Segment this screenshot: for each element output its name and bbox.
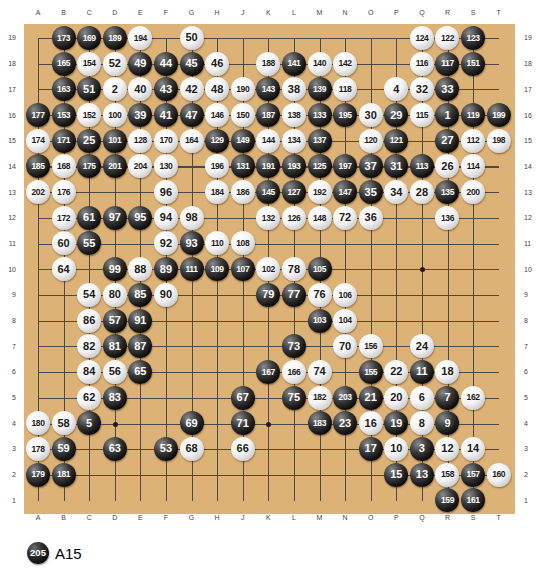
stone-F3: 53 (154, 437, 178, 461)
stone-S14: 114 (461, 154, 485, 178)
stone-number: 162 (467, 393, 480, 402)
col-label-bottom-B: B (51, 514, 77, 524)
stone-G18: 45 (180, 52, 204, 76)
stone-number: 149 (236, 136, 249, 145)
stone-number: 127 (287, 188, 300, 197)
col-label-bottom-J: J (230, 514, 256, 524)
stone-number: 6 (419, 392, 425, 403)
stone-number: 92 (160, 238, 172, 249)
stone-A16: 177 (26, 103, 50, 127)
stone-T15: 198 (487, 129, 511, 153)
caption-point-label: A15 (55, 545, 82, 562)
row-label-left-17: 17 (2, 76, 18, 102)
stone-number: 4 (393, 84, 399, 95)
row-label-left-5: 5 (2, 385, 18, 411)
col-label-top-A: A (25, 9, 51, 19)
stone-P2: 15 (384, 463, 408, 487)
stone-P14: 31 (384, 154, 408, 178)
stone-number: 80 (109, 289, 121, 300)
stone-number: 117 (441, 59, 454, 68)
stone-E14: 204 (128, 154, 152, 178)
stone-A15: 174 (26, 129, 50, 153)
stone-P3: 10 (384, 437, 408, 461)
stone-E9: 85 (128, 283, 152, 307)
stone-number: 52 (109, 58, 121, 69)
stone-G16: 47 (180, 103, 204, 127)
stone-Q7: 24 (410, 334, 434, 358)
stone-H10: 109 (205, 257, 229, 281)
stone-F17: 43 (154, 77, 178, 101)
row-label-left-13: 13 (2, 179, 18, 205)
stone-L5: 75 (282, 386, 306, 410)
stone-R12: 136 (435, 206, 459, 230)
stone-number: 188 (262, 59, 275, 68)
stone-A4: 180 (26, 411, 50, 435)
stone-number: 182 (313, 393, 326, 402)
stone-number: 156 (364, 342, 377, 351)
stone-L18: 141 (282, 52, 306, 76)
stone-L16: 138 (282, 103, 306, 127)
stone-E6: 65 (128, 360, 152, 384)
stone-number: 120 (364, 136, 377, 145)
stone-K9: 79 (256, 283, 280, 307)
stone-number: 135 (441, 188, 454, 197)
stone-number: 73 (288, 341, 300, 352)
stone-number: 201 (108, 162, 121, 171)
stone-number: 148 (313, 214, 326, 223)
stone-R18: 117 (435, 52, 459, 76)
stone-R17: 33 (435, 77, 459, 101)
stone-O6: 155 (359, 360, 383, 384)
stone-Q14: 113 (410, 154, 434, 178)
stone-number: 177 (31, 111, 44, 120)
stone-number: 17 (365, 443, 377, 454)
stone-P13: 34 (384, 180, 408, 204)
stone-number: 45 (185, 58, 197, 69)
stone-number: 57 (109, 315, 121, 326)
stone-number: 83 (109, 392, 121, 403)
col-label-top-B: B (51, 9, 77, 19)
stone-M12: 148 (308, 206, 332, 230)
stone-E17: 40 (128, 77, 152, 101)
caption-move-number: 205 (30, 548, 46, 558)
stone-number: 114 (467, 162, 480, 171)
stone-C16: 152 (77, 103, 101, 127)
stone-A14: 185 (26, 154, 50, 178)
stone-number: 1 (444, 110, 450, 121)
row-label-left-8: 8 (2, 308, 18, 334)
stone-number: 50 (185, 32, 197, 43)
stone-number: 53 (160, 443, 172, 454)
stone-number: 130 (159, 162, 172, 171)
stone-L6: 166 (282, 360, 306, 384)
stone-D17: 2 (103, 77, 127, 101)
stone-K10: 102 (256, 257, 280, 281)
stone-number: 191 (262, 162, 275, 171)
stone-C4: 5 (77, 411, 101, 435)
stone-E18: 49 (128, 52, 152, 76)
stone-O7: 156 (359, 334, 383, 358)
stone-R16: 1 (435, 103, 459, 127)
stone-number: 145 (262, 188, 275, 197)
stone-R1: 159 (435, 488, 459, 512)
stone-C12: 61 (77, 206, 101, 230)
row-label-left-3: 3 (2, 436, 18, 462)
stone-number: 194 (134, 34, 147, 43)
row-label-right-17: 17 (522, 76, 538, 102)
col-label-bottom-T: T (486, 514, 512, 524)
col-label-top-J: J (230, 9, 256, 19)
stone-number: 91 (134, 315, 146, 326)
stone-M15: 137 (308, 129, 332, 153)
stone-number: 179 (31, 470, 44, 479)
col-label-top-M: M (307, 9, 333, 19)
stone-number: 3 (419, 443, 425, 454)
stone-B17: 163 (52, 77, 76, 101)
stone-N13: 147 (333, 180, 357, 204)
stone-R2: 158 (435, 463, 459, 487)
stone-number: 31 (390, 161, 402, 172)
move-caption: 205 A15 (27, 542, 82, 564)
row-label-left-16: 16 (2, 102, 18, 128)
stone-D6: 56 (103, 360, 127, 384)
stone-M14: 125 (308, 154, 332, 178)
stone-Q19: 124 (410, 26, 434, 50)
stone-number: 61 (83, 212, 95, 223)
stone-L15: 134 (282, 129, 306, 153)
stone-K15: 144 (256, 129, 280, 153)
stone-B14: 168 (52, 154, 76, 178)
stone-number: 190 (236, 85, 249, 94)
stone-number: 22 (390, 366, 402, 377)
stone-number: 59 (57, 443, 69, 454)
stone-D19: 189 (103, 26, 127, 50)
stone-number: 165 (57, 59, 70, 68)
col-label-top-E: E (128, 9, 154, 19)
stone-J15: 149 (231, 129, 255, 153)
col-label-top-G: G (179, 9, 205, 19)
stone-P15: 121 (384, 129, 408, 153)
stone-J5: 67 (231, 386, 255, 410)
row-label-right-1: 1 (522, 487, 538, 513)
stone-C11: 55 (77, 231, 101, 255)
stone-number: 58 (57, 418, 69, 429)
stone-number: 174 (31, 136, 44, 145)
row-label-left-9: 9 (2, 282, 18, 308)
stone-number: 13 (416, 469, 428, 480)
row-label-left-18: 18 (2, 51, 18, 77)
stone-L9: 77 (282, 283, 306, 307)
col-label-top-N: N (332, 9, 358, 19)
stone-D16: 100 (103, 103, 127, 127)
stone-D9: 80 (103, 283, 127, 307)
caption-stone: 205 (27, 542, 49, 564)
stone-M6: 74 (308, 360, 332, 384)
stone-F13: 96 (154, 180, 178, 204)
stone-R4: 9 (435, 411, 459, 435)
stone-L12: 126 (282, 206, 306, 230)
row-labels-left: 19181716151413121110987654321 (2, 25, 18, 513)
stone-number: 84 (83, 366, 95, 377)
stone-number: 199 (492, 111, 505, 120)
row-label-left-2: 2 (2, 462, 18, 488)
stone-G15: 164 (180, 129, 204, 153)
stone-H14: 196 (205, 154, 229, 178)
stone-number: 70 (339, 341, 351, 352)
stone-number: 122 (441, 34, 454, 43)
stone-number: 26 (441, 161, 453, 172)
row-label-right-4: 4 (522, 410, 538, 436)
stone-number: 160 (492, 470, 505, 479)
stone-number: 159 (441, 496, 454, 505)
col-label-bottom-Q: Q (409, 514, 435, 524)
stone-N4: 23 (333, 411, 357, 435)
stone-P6: 22 (384, 360, 408, 384)
stone-number: 116 (416, 59, 429, 68)
stone-C17: 51 (77, 77, 101, 101)
stone-D12: 97 (103, 206, 127, 230)
row-label-right-7: 7 (522, 333, 538, 359)
stone-number: 62 (83, 392, 95, 403)
stone-L17: 38 (282, 77, 306, 101)
stone-C18: 154 (77, 52, 101, 76)
stone-number: 77 (288, 289, 300, 300)
stone-number: 71 (237, 418, 249, 429)
stone-J10: 107 (231, 257, 255, 281)
stone-D5: 83 (103, 386, 127, 410)
row-label-left-11: 11 (2, 231, 18, 257)
col-label-top-K: K (256, 9, 282, 19)
stone-number: 134 (287, 136, 300, 145)
stone-number: 2 (112, 84, 118, 95)
row-label-left-6: 6 (2, 359, 18, 385)
stone-number: 181 (57, 470, 70, 479)
stone-grid: 1234567891011121314151617181920212223242… (25, 25, 511, 513)
stone-S3: 14 (461, 437, 485, 461)
stone-D3: 63 (103, 437, 127, 461)
stone-H16: 146 (205, 103, 229, 127)
stone-number: 143 (262, 85, 275, 94)
row-label-left-7: 7 (2, 333, 18, 359)
stone-S19: 123 (461, 26, 485, 50)
stone-number: 7 (444, 392, 450, 403)
go-kifu-diagram: ABCDEFGHJKLMNOPQRST ABCDEFGHJKLMNOPQRST … (0, 0, 540, 577)
stone-number: 152 (83, 111, 96, 120)
col-label-bottom-D: D (102, 514, 128, 524)
stone-number: 180 (31, 419, 44, 428)
stone-N9: 106 (333, 283, 357, 307)
stone-O14: 37 (359, 154, 383, 178)
stone-number: 109 (211, 265, 224, 274)
stone-number: 34 (390, 187, 402, 198)
stone-E7: 87 (128, 334, 152, 358)
stone-number: 63 (109, 443, 121, 454)
stone-F15: 170 (154, 129, 178, 153)
stone-number: 56 (109, 366, 121, 377)
stone-P5: 20 (384, 386, 408, 410)
stone-number: 150 (236, 111, 249, 120)
stone-number: 93 (185, 238, 197, 249)
col-label-bottom-S: S (460, 514, 486, 524)
stone-K13: 145 (256, 180, 280, 204)
stone-B11: 60 (52, 231, 76, 255)
stone-number: 163 (57, 85, 70, 94)
stone-number: 103 (313, 316, 326, 325)
stone-number: 133 (313, 111, 326, 120)
stone-number: 198 (492, 136, 505, 145)
stone-D14: 201 (103, 154, 127, 178)
stone-K14: 191 (256, 154, 280, 178)
stone-number: 124 (415, 34, 428, 43)
stone-S5: 162 (461, 386, 485, 410)
stone-number: 142 (339, 59, 352, 68)
row-label-right-15: 15 (522, 128, 538, 154)
stone-number: 178 (31, 445, 44, 454)
go-board[interactable]: 1234567891011121314151617181920212223242… (24, 24, 515, 514)
col-label-top-F: F (153, 9, 179, 19)
stone-K16: 187 (256, 103, 280, 127)
stone-L7: 73 (282, 334, 306, 358)
stone-J4: 71 (231, 411, 255, 435)
stone-number: 168 (57, 162, 70, 171)
stone-number: 28 (416, 187, 428, 198)
stone-number: 126 (287, 214, 300, 223)
stone-number: 119 (467, 111, 480, 120)
stone-M9: 76 (308, 283, 332, 307)
stone-G10: 111 (180, 257, 204, 281)
stone-G4: 69 (180, 411, 204, 435)
stone-number: 113 (416, 162, 429, 171)
stone-F11: 92 (154, 231, 178, 255)
stone-O3: 17 (359, 437, 383, 461)
stone-F14: 130 (154, 154, 178, 178)
row-label-left-10: 10 (2, 256, 18, 282)
stone-number: 43 (160, 84, 172, 95)
row-label-right-16: 16 (522, 102, 538, 128)
col-label-bottom-P: P (384, 514, 410, 524)
stone-F16: 41 (154, 103, 178, 127)
stone-number: 100 (108, 111, 121, 120)
stone-number: 96 (160, 187, 172, 198)
stone-R19: 122 (435, 26, 459, 50)
stone-number: 81 (109, 341, 121, 352)
stone-G3: 68 (180, 437, 204, 461)
stone-number: 35 (365, 187, 377, 198)
stone-M16: 133 (308, 103, 332, 127)
stone-G11: 93 (180, 231, 204, 255)
stone-M5: 182 (308, 386, 332, 410)
stone-number: 137 (313, 136, 326, 145)
stone-number: 5 (86, 418, 92, 429)
stone-number: 15 (390, 469, 402, 480)
stone-N5: 203 (333, 386, 357, 410)
stone-B12: 172 (52, 206, 76, 230)
stone-K18: 188 (256, 52, 280, 76)
stone-number: 24 (416, 341, 428, 352)
stone-Q18: 116 (410, 52, 434, 76)
stone-number: 40 (134, 84, 146, 95)
stone-number: 176 (57, 188, 70, 197)
stone-number: 27 (441, 135, 453, 146)
stone-G19: 50 (180, 26, 204, 50)
stone-H18: 46 (205, 52, 229, 76)
stone-number: 157 (467, 470, 480, 479)
column-labels-top: ABCDEFGHJKLMNOPQRST (25, 9, 511, 19)
stone-S2: 157 (461, 463, 485, 487)
stone-Q6: 11 (410, 360, 434, 384)
stone-number: 112 (467, 136, 480, 145)
stone-C15: 25 (77, 129, 101, 153)
col-label-bottom-R: R (435, 514, 461, 524)
stone-number: 106 (339, 291, 352, 300)
stone-B4: 58 (52, 411, 76, 435)
stone-H15: 129 (205, 129, 229, 153)
stone-number: 36 (365, 212, 377, 223)
stone-J16: 150 (231, 103, 255, 127)
stone-number: 88 (134, 264, 146, 275)
col-label-bottom-G: G (179, 514, 205, 524)
stone-O5: 21 (359, 386, 383, 410)
stone-number: 141 (287, 59, 300, 68)
stone-C7: 82 (77, 334, 101, 358)
stone-N14: 197 (333, 154, 357, 178)
stone-P16: 29 (384, 103, 408, 127)
stone-N8: 104 (333, 309, 357, 333)
stone-number: 97 (109, 212, 121, 223)
stone-number: 158 (441, 470, 454, 479)
stone-R3: 12 (435, 437, 459, 461)
stone-C6: 84 (77, 360, 101, 384)
stone-Q2: 13 (410, 463, 434, 487)
stone-number: 86 (83, 315, 95, 326)
stone-number: 69 (185, 418, 197, 429)
stone-number: 153 (57, 111, 70, 120)
stone-S1: 161 (461, 488, 485, 512)
stone-T16: 199 (487, 103, 511, 127)
stone-A2: 179 (26, 463, 50, 487)
row-label-right-18: 18 (522, 51, 538, 77)
stone-number: 32 (416, 84, 428, 95)
stone-number: 85 (134, 289, 146, 300)
stone-number: 140 (313, 59, 326, 68)
stone-T2: 160 (487, 463, 511, 487)
stone-C9: 54 (77, 283, 101, 307)
stone-number: 183 (313, 419, 326, 428)
stone-E19: 194 (128, 26, 152, 50)
stone-number: 204 (134, 162, 147, 171)
stone-A3: 178 (26, 437, 50, 461)
stone-J11: 108 (231, 231, 255, 255)
stone-number: 101 (108, 136, 121, 145)
stone-R5: 7 (435, 386, 459, 410)
stone-number: 51 (83, 84, 95, 95)
stone-number: 79 (262, 289, 274, 300)
stone-K12: 132 (256, 206, 280, 230)
stone-number: 18 (441, 366, 453, 377)
stone-number: 202 (31, 188, 44, 197)
stone-D7: 81 (103, 334, 127, 358)
col-label-bottom-E: E (128, 514, 154, 524)
stone-L13: 127 (282, 180, 306, 204)
stone-number: 94 (160, 212, 172, 223)
stone-number: 118 (339, 85, 352, 94)
stone-N17: 118 (333, 77, 357, 101)
stone-number: 10 (390, 443, 402, 454)
col-label-bottom-A: A (25, 514, 51, 524)
col-label-top-T: T (486, 9, 512, 19)
stone-A13: 202 (26, 180, 50, 204)
stone-M4: 183 (308, 411, 332, 435)
